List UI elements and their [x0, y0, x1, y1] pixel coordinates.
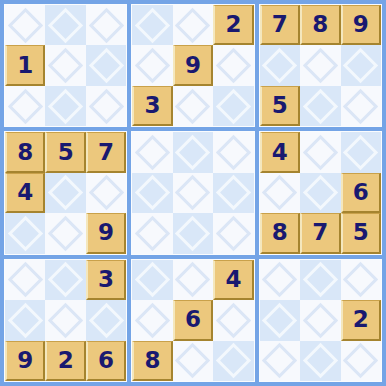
cell-r3c9[interactable] — [341, 86, 381, 126]
diamond-ornament-icon — [303, 262, 338, 297]
given-cell-r7c6: 4 — [213, 260, 253, 300]
sudoku-board: 12937895857494687539264682 — [0, 0, 386, 386]
digit: 3 — [145, 94, 161, 117]
diamond-ornament-icon — [8, 262, 43, 297]
box-r1c2: 293 — [131, 4, 254, 127]
given-cell-r4c3: 7 — [86, 132, 126, 172]
box-r2c3: 46875 — [259, 131, 382, 254]
diamond-ornament-icon — [216, 135, 251, 170]
diamond-ornament-icon — [48, 175, 83, 210]
diamond-ornament-icon — [216, 88, 251, 123]
cell-r2c6[interactable] — [213, 45, 253, 85]
digit: 8 — [312, 13, 328, 36]
diamond-ornament-icon — [262, 262, 297, 297]
diamond-ornament-icon — [303, 343, 338, 378]
diamond-ornament-icon — [262, 303, 297, 338]
cell-r1c4[interactable] — [132, 5, 172, 45]
box-r2c2 — [131, 131, 254, 254]
diamond-ornament-icon — [303, 303, 338, 338]
cell-r6c6[interactable] — [213, 213, 253, 253]
digit: 4 — [272, 141, 288, 164]
cell-r4c4[interactable] — [132, 132, 172, 172]
digit: 1 — [17, 54, 33, 77]
cell-r7c2[interactable] — [45, 260, 85, 300]
given-cell-r5c1: 4 — [5, 173, 45, 213]
given-cell-r4c1: 8 — [5, 132, 45, 172]
digit: 6 — [353, 181, 369, 204]
digit: 7 — [98, 141, 114, 164]
digit: 9 — [185, 54, 201, 77]
diamond-ornament-icon — [303, 135, 338, 170]
diamond-ornament-icon — [216, 48, 251, 83]
diamond-ornament-icon — [48, 216, 83, 251]
diamond-ornament-icon — [8, 8, 43, 43]
cell-r8c6[interactable] — [213, 300, 253, 340]
cell-r3c3[interactable] — [86, 86, 126, 126]
diamond-ornament-icon — [175, 175, 210, 210]
given-cell-r7c3: 3 — [86, 260, 126, 300]
given-cell-r1c6: 2 — [213, 5, 253, 45]
diamond-ornament-icon — [262, 175, 297, 210]
box-r3c1: 3926 — [4, 259, 127, 382]
diamond-ornament-icon — [175, 262, 210, 297]
diamond-ornament-icon — [175, 216, 210, 251]
cell-r4c8[interactable] — [300, 132, 340, 172]
digit: 4 — [225, 268, 241, 291]
diamond-ornament-icon — [48, 88, 83, 123]
given-cell-r3c4: 3 — [132, 86, 172, 126]
cell-r6c2[interactable] — [45, 213, 85, 253]
digit: 3 — [98, 268, 114, 291]
given-cell-r8c9: 2 — [341, 300, 381, 340]
cell-r9c8[interactable] — [300, 341, 340, 381]
cell-r5c3[interactable] — [86, 173, 126, 213]
given-cell-r5c9: 6 — [341, 173, 381, 213]
given-cell-r9c3: 6 — [86, 341, 126, 381]
diamond-ornament-icon — [88, 303, 123, 338]
cell-r6c4[interactable] — [132, 213, 172, 253]
digit: 2 — [225, 13, 241, 36]
given-cell-r3c7: 5 — [260, 86, 300, 126]
diamond-ornament-icon — [343, 48, 378, 83]
digit: 7 — [312, 221, 328, 244]
cell-r7c8[interactable] — [300, 260, 340, 300]
digit: 2 — [353, 308, 369, 331]
cell-r8c4[interactable] — [132, 300, 172, 340]
cell-r5c7[interactable] — [260, 173, 300, 213]
cell-r5c5[interactable] — [173, 173, 213, 213]
diamond-ornament-icon — [262, 343, 297, 378]
box-r3c2: 468 — [131, 259, 254, 382]
diamond-ornament-icon — [175, 8, 210, 43]
diamond-ornament-icon — [88, 175, 123, 210]
diamond-ornament-icon — [135, 262, 170, 297]
diamond-ornament-icon — [135, 48, 170, 83]
cell-r4c9[interactable] — [341, 132, 381, 172]
given-cell-r2c1: 1 — [5, 45, 45, 85]
cell-r8c2[interactable] — [45, 300, 85, 340]
given-cell-r6c3: 9 — [86, 213, 126, 253]
diamond-ornament-icon — [262, 48, 297, 83]
diamond-ornament-icon — [343, 262, 378, 297]
cell-r7c4[interactable] — [132, 260, 172, 300]
diamond-ornament-icon — [135, 216, 170, 251]
digit: 4 — [17, 181, 33, 204]
given-cell-r6c7: 8 — [260, 213, 300, 253]
digit: 2 — [58, 349, 74, 372]
cell-r2c4[interactable] — [132, 45, 172, 85]
diamond-ornament-icon — [216, 175, 251, 210]
given-cell-r9c4: 8 — [132, 341, 172, 381]
given-cell-r6c9: 5 — [341, 213, 381, 253]
box-r1c3: 7895 — [259, 4, 382, 127]
cell-r1c3[interactable] — [86, 5, 126, 45]
box-r1c1: 1 — [4, 4, 127, 127]
cell-r3c5[interactable] — [173, 86, 213, 126]
digit: 6 — [185, 308, 201, 331]
digit: 8 — [145, 349, 161, 372]
cell-r1c2[interactable] — [45, 5, 85, 45]
cell-r7c7[interactable] — [260, 260, 300, 300]
cell-r1c1[interactable] — [5, 5, 45, 45]
diamond-ornament-icon — [48, 48, 83, 83]
diamond-ornament-icon — [343, 135, 378, 170]
digit: 9 — [98, 221, 114, 244]
diamond-ornament-icon — [343, 343, 378, 378]
diamond-ornament-icon — [175, 135, 210, 170]
given-cell-r4c7: 4 — [260, 132, 300, 172]
digit: 7 — [272, 13, 288, 36]
given-cell-r9c2: 2 — [45, 341, 85, 381]
given-cell-r1c9: 9 — [341, 5, 381, 45]
cell-r9c6[interactable] — [213, 341, 253, 381]
cell-r2c7[interactable] — [260, 45, 300, 85]
cell-r3c2[interactable] — [45, 86, 85, 126]
cell-r6c1[interactable] — [5, 213, 45, 253]
cell-r5c2[interactable] — [45, 173, 85, 213]
diamond-ornament-icon — [8, 88, 43, 123]
diamond-ornament-icon — [216, 216, 251, 251]
cell-r6c5[interactable] — [173, 213, 213, 253]
cell-r3c8[interactable] — [300, 86, 340, 126]
digit: 9 — [17, 349, 33, 372]
diamond-ornament-icon — [303, 175, 338, 210]
diamond-ornament-icon — [8, 303, 43, 338]
cell-r3c6[interactable] — [213, 86, 253, 126]
cell-r8c8[interactable] — [300, 300, 340, 340]
diamond-ornament-icon — [216, 343, 251, 378]
diamond-ornament-icon — [135, 135, 170, 170]
cell-r2c2[interactable] — [45, 45, 85, 85]
diamond-ornament-icon — [135, 8, 170, 43]
given-cell-r2c5: 9 — [173, 45, 213, 85]
cell-r8c7[interactable] — [260, 300, 300, 340]
box-r3c3: 2 — [259, 259, 382, 382]
cell-r7c1[interactable] — [5, 260, 45, 300]
diamond-ornament-icon — [343, 88, 378, 123]
cell-r8c3[interactable] — [86, 300, 126, 340]
given-cell-r1c8: 8 — [300, 5, 340, 45]
cell-r4c5[interactable] — [173, 132, 213, 172]
given-cell-r8c5: 6 — [173, 300, 213, 340]
digit: 5 — [272, 94, 288, 117]
diamond-ornament-icon — [48, 303, 83, 338]
diamond-ornament-icon — [175, 343, 210, 378]
digit: 5 — [58, 141, 74, 164]
given-cell-r1c7: 7 — [260, 5, 300, 45]
digit: 8 — [17, 141, 33, 164]
given-cell-r4c2: 5 — [45, 132, 85, 172]
cell-r5c4[interactable] — [132, 173, 172, 213]
cell-r1c5[interactable] — [173, 5, 213, 45]
given-cell-r9c1: 9 — [5, 341, 45, 381]
cell-r9c9[interactable] — [341, 341, 381, 381]
given-cell-r6c8: 7 — [300, 213, 340, 253]
digit: 6 — [98, 349, 114, 372]
digit: 8 — [272, 221, 288, 244]
cell-r5c8[interactable] — [300, 173, 340, 213]
diamond-ornament-icon — [48, 262, 83, 297]
cell-r2c9[interactable] — [341, 45, 381, 85]
digit: 9 — [353, 13, 369, 36]
diamond-ornament-icon — [88, 8, 123, 43]
diamond-ornament-icon — [88, 48, 123, 83]
cell-r9c7[interactable] — [260, 341, 300, 381]
diamond-ornament-icon — [175, 88, 210, 123]
diamond-ornament-icon — [48, 8, 83, 43]
cell-r8c1[interactable] — [5, 300, 45, 340]
cell-r4c6[interactable] — [213, 132, 253, 172]
diamond-ornament-icon — [135, 175, 170, 210]
box-r2c1: 85749 — [4, 131, 127, 254]
diamond-ornament-icon — [88, 88, 123, 123]
cell-r2c8[interactable] — [300, 45, 340, 85]
cell-r5c6[interactable] — [213, 173, 253, 213]
cell-r2c3[interactable] — [86, 45, 126, 85]
diamond-ornament-icon — [216, 303, 251, 338]
cell-r3c1[interactable] — [5, 86, 45, 126]
digit: 5 — [353, 221, 369, 244]
diamond-ornament-icon — [303, 48, 338, 83]
cell-r7c9[interactable] — [341, 260, 381, 300]
diamond-ornament-icon — [8, 216, 43, 251]
cell-r7c5[interactable] — [173, 260, 213, 300]
diamond-ornament-icon — [303, 88, 338, 123]
diamond-ornament-icon — [135, 303, 170, 338]
cell-r9c5[interactable] — [173, 341, 213, 381]
